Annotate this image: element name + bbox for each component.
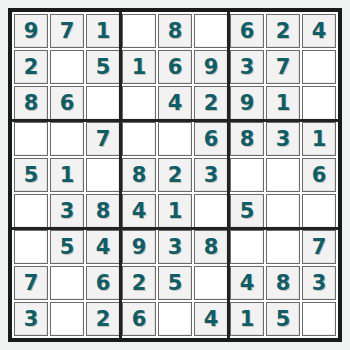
cell-r3c2[interactable]: 6 (50, 86, 84, 120)
cell-r7c1[interactable] (14, 230, 48, 264)
cell-r7c3[interactable]: 4 (86, 230, 120, 264)
cell-r8c6[interactable] (194, 266, 228, 300)
cell-r8c3[interactable]: 6 (86, 266, 120, 300)
cell-r9c7[interactable]: 1 (230, 302, 264, 336)
cell-r7c6[interactable]: 8 (194, 230, 228, 264)
cell-r3c5[interactable]: 4 (158, 86, 192, 120)
cell-r6c4[interactable]: 4 (122, 194, 156, 228)
cell-r5c5[interactable]: 2 (158, 158, 192, 192)
cell-r6c7[interactable]: 5 (230, 194, 264, 228)
cell-r6c9[interactable] (302, 194, 336, 228)
cell-r4c6[interactable]: 6 (194, 122, 228, 156)
cell-r9c8[interactable]: 5 (266, 302, 300, 336)
cell-r7c7[interactable] (230, 230, 264, 264)
cell-r3c6[interactable]: 2 (194, 86, 228, 120)
cell-r9c1[interactable]: 3 (14, 302, 48, 336)
cell-r6c3[interactable]: 8 (86, 194, 120, 228)
cell-r7c8[interactable] (266, 230, 300, 264)
cell-r9c4[interactable]: 6 (122, 302, 156, 336)
cell-r8c2[interactable] (50, 266, 84, 300)
cell-r1c2[interactable]: 7 (50, 14, 84, 48)
cell-r2c4[interactable]: 1 (122, 50, 156, 84)
cell-r1c1[interactable]: 9 (14, 14, 48, 48)
cell-r6c6[interactable] (194, 194, 228, 228)
cell-r8c1[interactable]: 7 (14, 266, 48, 300)
cell-r5c8[interactable] (266, 158, 300, 192)
cell-r6c2[interactable]: 3 (50, 194, 84, 228)
cell-r2c1[interactable]: 2 (14, 50, 48, 84)
cell-r7c9[interactable]: 7 (302, 230, 336, 264)
cell-r2c9[interactable] (302, 50, 336, 84)
box-separator-vertical-1 (119, 12, 122, 338)
cell-r4c4[interactable] (122, 122, 156, 156)
cell-r4c9[interactable]: 1 (302, 122, 336, 156)
cell-r6c5[interactable]: 1 (158, 194, 192, 228)
cell-r2c3[interactable]: 5 (86, 50, 120, 84)
cell-r5c4[interactable]: 8 (122, 158, 156, 192)
cell-r3c9[interactable] (302, 86, 336, 120)
cell-r2c8[interactable]: 7 (266, 50, 300, 84)
cell-r5c9[interactable]: 6 (302, 158, 336, 192)
cell-r3c1[interactable]: 8 (14, 86, 48, 120)
cell-r2c6[interactable]: 9 (194, 50, 228, 84)
box-separator-vertical-2 (227, 12, 230, 338)
cell-r9c5[interactable] (158, 302, 192, 336)
cell-r9c6[interactable]: 4 (194, 302, 228, 336)
cell-r5c2[interactable]: 1 (50, 158, 84, 192)
cell-r8c5[interactable]: 5 (158, 266, 192, 300)
cell-r9c2[interactable] (50, 302, 84, 336)
cell-r4c3[interactable]: 7 (86, 122, 120, 156)
cell-r4c5[interactable] (158, 122, 192, 156)
cell-r1c7[interactable]: 6 (230, 14, 264, 48)
cell-r1c4[interactable] (122, 14, 156, 48)
cell-r5c3[interactable] (86, 158, 120, 192)
cell-r2c7[interactable]: 3 (230, 50, 264, 84)
cell-r3c8[interactable]: 1 (266, 86, 300, 120)
cell-r2c5[interactable]: 6 (158, 50, 192, 84)
cell-r7c4[interactable]: 9 (122, 230, 156, 264)
cell-r1c9[interactable]: 4 (302, 14, 336, 48)
cell-r1c6[interactable] (194, 14, 228, 48)
cell-r3c4[interactable] (122, 86, 156, 120)
sudoku-board: 9718624251693786429176831518236384155493… (8, 8, 342, 342)
cell-r7c2[interactable]: 5 (50, 230, 84, 264)
cell-r7c5[interactable]: 3 (158, 230, 192, 264)
cell-r3c7[interactable]: 9 (230, 86, 264, 120)
cell-r4c7[interactable]: 8 (230, 122, 264, 156)
cell-r8c8[interactable]: 8 (266, 266, 300, 300)
box-separator-horizontal-2 (12, 227, 338, 230)
cell-r1c8[interactable]: 2 (266, 14, 300, 48)
cell-r4c2[interactable] (50, 122, 84, 156)
cell-r6c8[interactable] (266, 194, 300, 228)
cell-r5c1[interactable]: 5 (14, 158, 48, 192)
cell-r8c4[interactable]: 2 (122, 266, 156, 300)
cell-r9c3[interactable]: 2 (86, 302, 120, 336)
cell-r4c1[interactable] (14, 122, 48, 156)
cell-r1c3[interactable]: 1 (86, 14, 120, 48)
cell-r5c7[interactable] (230, 158, 264, 192)
cell-r8c7[interactable]: 4 (230, 266, 264, 300)
cell-r9c9[interactable] (302, 302, 336, 336)
cell-r1c5[interactable]: 8 (158, 14, 192, 48)
cell-r6c1[interactable] (14, 194, 48, 228)
cell-r2c2[interactable] (50, 50, 84, 84)
cell-r4c8[interactable]: 3 (266, 122, 300, 156)
cell-r3c3[interactable] (86, 86, 120, 120)
cell-r5c6[interactable]: 3 (194, 158, 228, 192)
cell-r8c9[interactable]: 3 (302, 266, 336, 300)
box-separator-horizontal-1 (12, 119, 338, 122)
